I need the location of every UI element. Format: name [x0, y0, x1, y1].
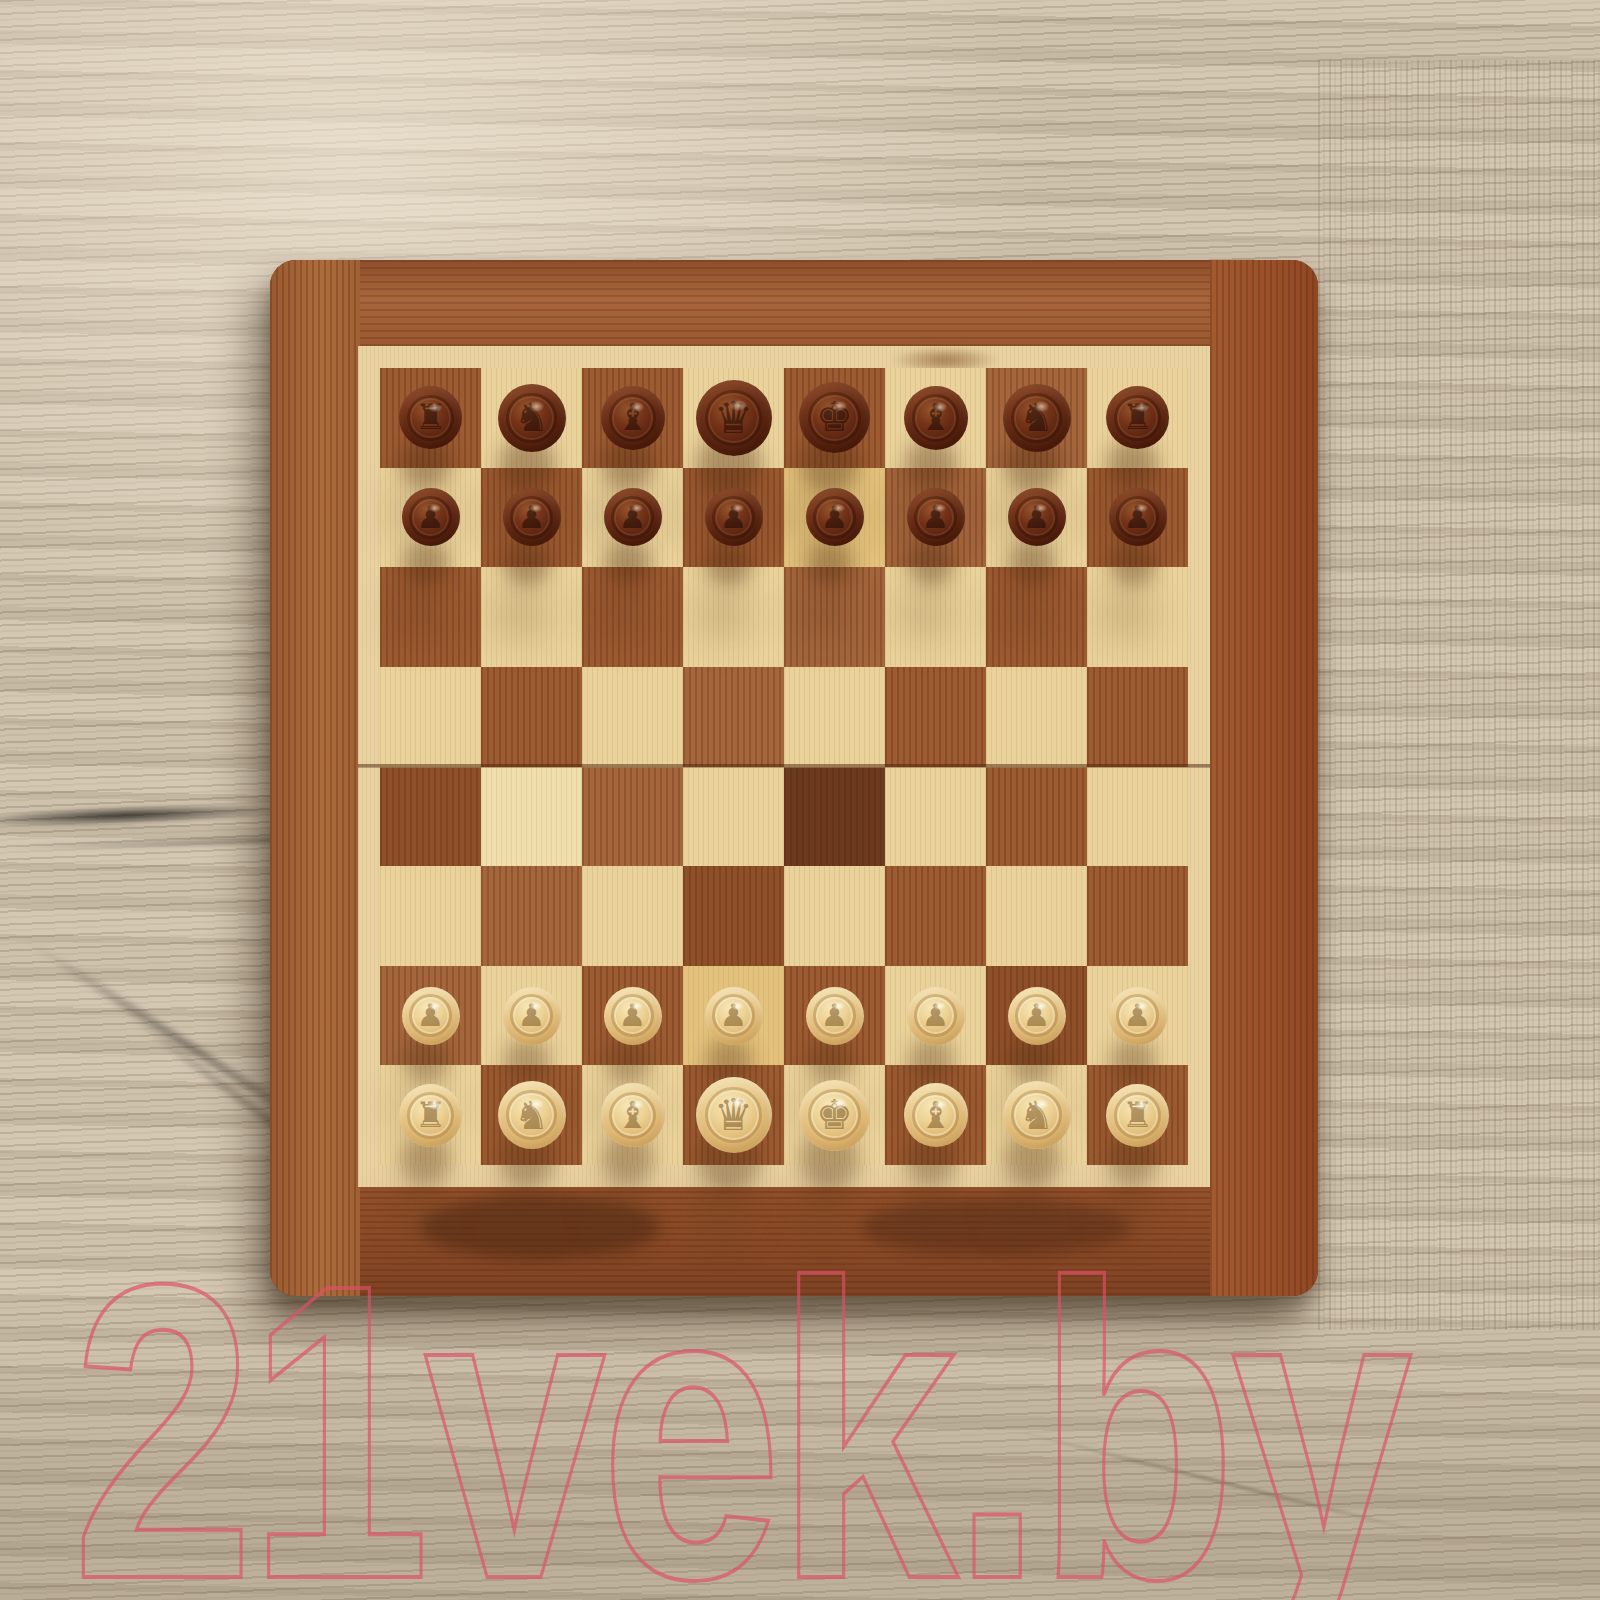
square-c1[interactable]: ♝ — [582, 1065, 683, 1165]
square-f1[interactable]: ♝ — [885, 1065, 986, 1165]
square-e3[interactable] — [784, 866, 885, 966]
square-f2[interactable]: ♟ — [885, 966, 986, 1066]
table-vertical-grain-right — [1318, 60, 1600, 1330]
chess-board: ♜♞♝♛♚♝♞♜♟♟♟♟♟♟♟♟♟♟♟♟♟♟♟♟♜♞♝♛♚♝♞♜ — [270, 260, 1318, 1296]
square-b1[interactable]: ♞ — [481, 1065, 582, 1165]
square-a7[interactable]: ♟ — [380, 468, 481, 568]
square-d8[interactable]: ♛ — [683, 368, 784, 468]
square-b6[interactable] — [481, 567, 582, 667]
square-a8[interactable]: ♜ — [380, 368, 481, 468]
square-e5[interactable] — [784, 667, 885, 767]
piece-black-pawn-c7[interactable]: ♟ — [604, 488, 662, 546]
piece-white-pawn-h2[interactable]: ♟ — [1109, 987, 1167, 1045]
square-f5[interactable] — [885, 667, 986, 767]
square-e1[interactable]: ♚ — [784, 1065, 885, 1165]
piece-black-pawn-a7[interactable]: ♟ — [402, 488, 460, 546]
square-c2[interactable]: ♟ — [582, 966, 683, 1066]
square-c3[interactable] — [582, 866, 683, 966]
watermark: 21vek.by — [72, 1222, 1406, 1600]
square-f3[interactable] — [885, 866, 986, 966]
square-c8[interactable]: ♝ — [582, 368, 683, 468]
piece-white-pawn-a2[interactable]: ♟ — [402, 987, 460, 1045]
square-b3[interactable] — [481, 866, 582, 966]
square-g6[interactable] — [986, 567, 1087, 667]
square-d7[interactable]: ♟ — [683, 468, 784, 568]
square-g2[interactable]: ♟ — [986, 966, 1087, 1066]
board-frame-left — [270, 260, 360, 1296]
square-a4[interactable] — [380, 767, 481, 867]
square-f8[interactable]: ♝ — [885, 368, 986, 468]
square-d3[interactable] — [683, 866, 784, 966]
square-d5[interactable] — [683, 667, 784, 767]
piece-black-bishop-c8[interactable]: ♝ — [601, 386, 665, 450]
square-a1[interactable]: ♜ — [380, 1065, 481, 1165]
square-h4[interactable] — [1087, 767, 1188, 867]
piece-black-pawn-e7[interactable]: ♟ — [806, 488, 864, 546]
square-d1[interactable]: ♛ — [683, 1065, 784, 1165]
square-d6[interactable] — [683, 567, 784, 667]
square-b8[interactable]: ♞ — [481, 368, 582, 468]
piece-white-rook-a1[interactable]: ♜ — [399, 1084, 462, 1147]
square-e8[interactable]: ♚ — [784, 368, 885, 468]
piece-black-pawn-f7[interactable]: ♟ — [907, 488, 965, 546]
piece-black-pawn-g7[interactable]: ♟ — [1008, 488, 1066, 546]
square-h8[interactable]: ♜ — [1087, 368, 1188, 468]
piece-white-pawn-f2[interactable]: ♟ — [907, 987, 965, 1045]
piece-white-pawn-e2[interactable]: ♟ — [806, 987, 864, 1045]
square-a2[interactable]: ♟ — [380, 966, 481, 1066]
piece-black-pawn-d7[interactable]: ♟ — [705, 488, 763, 546]
piece-white-pawn-d2[interactable]: ♟ — [705, 987, 763, 1045]
piece-black-knight-b8[interactable]: ♞ — [498, 384, 566, 452]
piece-white-pawn-b2[interactable]: ♟ — [503, 987, 561, 1045]
piece-black-bishop-f8[interactable]: ♝ — [904, 386, 968, 450]
square-c4[interactable] — [582, 767, 683, 867]
square-c5[interactable] — [582, 667, 683, 767]
piece-white-queen-d1[interactable]: ♛ — [696, 1077, 772, 1153]
board-center-seam — [358, 764, 1210, 768]
piece-white-knight-b1[interactable]: ♞ — [498, 1081, 566, 1149]
square-a6[interactable] — [380, 567, 481, 667]
board-frame-right — [1210, 260, 1318, 1296]
square-e6[interactable] — [784, 567, 885, 667]
square-c7[interactable]: ♟ — [582, 468, 683, 568]
square-h2[interactable]: ♟ — [1087, 966, 1188, 1066]
square-h6[interactable] — [1087, 567, 1188, 667]
square-b5[interactable] — [481, 667, 582, 767]
piece-white-bishop-f1[interactable]: ♝ — [904, 1083, 968, 1147]
square-b2[interactable]: ♟ — [481, 966, 582, 1066]
piece-black-pawn-b7[interactable]: ♟ — [503, 488, 561, 546]
square-g5[interactable] — [986, 667, 1087, 767]
piece-white-bishop-c1[interactable]: ♝ — [601, 1083, 665, 1147]
piece-white-pawn-g2[interactable]: ♟ — [1008, 987, 1066, 1045]
square-c6[interactable] — [582, 567, 683, 667]
photo-scene: ♜♞♝♛♚♝♞♜♟♟♟♟♟♟♟♟♟♟♟♟♟♟♟♟♜♞♝♛♚♝♞♜ 21vek.b… — [0, 0, 1600, 1600]
square-b7[interactable]: ♟ — [481, 468, 582, 568]
square-e7[interactable]: ♟ — [784, 468, 885, 568]
square-h7[interactable]: ♟ — [1087, 468, 1188, 568]
piece-white-pawn-c2[interactable]: ♟ — [604, 987, 662, 1045]
piece-black-knight-g8[interactable]: ♞ — [1003, 384, 1071, 452]
square-g3[interactable] — [986, 866, 1087, 966]
square-a3[interactable] — [380, 866, 481, 966]
square-g8[interactable]: ♞ — [986, 368, 1087, 468]
square-f7[interactable]: ♟ — [885, 468, 986, 568]
square-g7[interactable]: ♟ — [986, 468, 1087, 568]
square-b4[interactable] — [481, 767, 582, 867]
square-e2[interactable]: ♟ — [784, 966, 885, 1066]
square-h3[interactable] — [1087, 866, 1188, 966]
square-h5[interactable] — [1087, 667, 1188, 767]
square-e4[interactable] — [784, 767, 885, 867]
square-h1[interactable]: ♜ — [1087, 1065, 1188, 1165]
piece-white-king-e1[interactable]: ♚ — [799, 1080, 870, 1151]
piece-black-rook-h8[interactable]: ♜ — [1106, 386, 1169, 449]
square-g4[interactable] — [986, 767, 1087, 867]
board-frame-top — [270, 260, 1318, 346]
square-g1[interactable]: ♞ — [986, 1065, 1087, 1165]
square-f4[interactable] — [885, 767, 986, 867]
piece-black-rook-a8[interactable]: ♜ — [399, 386, 462, 449]
piece-black-king-e8[interactable]: ♚ — [799, 382, 870, 453]
piece-white-knight-g1[interactable]: ♞ — [1003, 1081, 1071, 1149]
square-d2[interactable]: ♟ — [683, 966, 784, 1066]
square-d4[interactable] — [683, 767, 784, 867]
piece-white-rook-h1[interactable]: ♜ — [1106, 1084, 1169, 1147]
square-a5[interactable] — [380, 667, 481, 767]
piece-black-queen-d8[interactable]: ♛ — [696, 380, 772, 456]
square-f6[interactable] — [885, 567, 986, 667]
piece-black-pawn-h7[interactable]: ♟ — [1109, 488, 1167, 546]
